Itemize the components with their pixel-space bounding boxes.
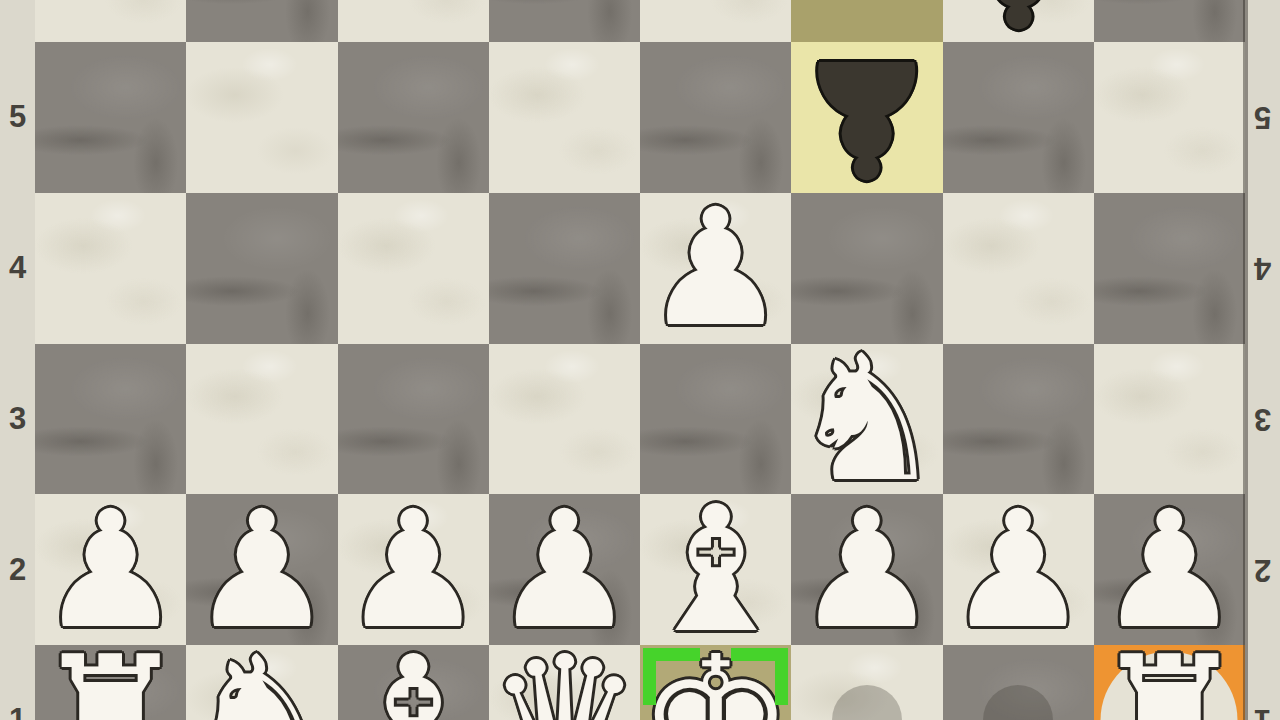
square-g2[interactable]: ♟	[943, 494, 1094, 645]
square-d3[interactable]	[489, 344, 640, 495]
white-pawn-f2[interactable]: ♟	[791, 494, 942, 645]
white-bishop-c1[interactable]: ♝	[338, 645, 489, 720]
square-e6[interactable]	[640, 0, 791, 42]
square-g6[interactable]: ♟	[943, 0, 1094, 42]
white-rook-a1[interactable]: ♜	[35, 645, 186, 720]
board: ♟♟♟♞♟♟♟♟♝♟♟♟♜♞♝♛♚♜	[35, 0, 1245, 720]
square-c3[interactable]	[338, 344, 489, 495]
square-e1[interactable]: ♚	[640, 645, 791, 720]
square-c5[interactable]	[338, 42, 489, 193]
square-b6[interactable]	[186, 0, 337, 42]
legal-move-dot-icon[interactable]	[983, 685, 1053, 720]
selection-corner-icon	[643, 648, 700, 705]
square-e5[interactable]	[640, 42, 791, 193]
selection-corner-icon	[731, 648, 788, 705]
square-c6[interactable]	[338, 0, 489, 42]
square-g4[interactable]	[943, 193, 1094, 344]
rank-label-right-3: 3	[1245, 402, 1280, 436]
chess-board-viewport: ♟♟♟♞♟♟♟♟♝♟♟♟♜♞♝♛♚♜ 54321 54321	[0, 0, 1280, 720]
square-h3[interactable]	[1094, 344, 1245, 495]
square-a3[interactable]	[35, 344, 186, 495]
square-b1[interactable]: ♞	[186, 645, 337, 720]
rank-label-left-4: 4	[0, 251, 35, 285]
square-c1[interactable]: ♝	[338, 645, 489, 720]
square-f3[interactable]: ♞	[791, 344, 942, 495]
rank-label-right-1: 1	[1245, 703, 1280, 720]
square-a5[interactable]	[35, 42, 186, 193]
legal-move-dot-icon[interactable]	[832, 685, 902, 720]
square-g5[interactable]	[943, 42, 1094, 193]
rank-label-left-3: 3	[0, 402, 35, 436]
square-b4[interactable]	[186, 193, 337, 344]
square-g3[interactable]	[943, 344, 1094, 495]
square-e4[interactable]: ♟	[640, 193, 791, 344]
square-a1[interactable]: ♜	[35, 645, 186, 720]
square-d6[interactable]	[489, 0, 640, 42]
square-d1[interactable]: ♛	[489, 645, 640, 720]
rank-label-right-5: 5	[1245, 100, 1280, 134]
white-knight-b1[interactable]: ♞	[186, 645, 337, 720]
square-f5[interactable]: ♟	[791, 42, 942, 193]
white-pawn-e4[interactable]: ♟	[640, 193, 791, 344]
square-d5[interactable]	[489, 42, 640, 193]
square-h1[interactable]: ♜	[1094, 645, 1245, 720]
square-h4[interactable]	[1094, 193, 1245, 344]
white-knight-f3[interactable]: ♞	[791, 344, 942, 495]
square-h5[interactable]	[1094, 42, 1245, 193]
square-b3[interactable]	[186, 344, 337, 495]
square-h6[interactable]	[1094, 0, 1245, 42]
black-pawn-f5[interactable]: ♟	[791, 42, 942, 193]
rank-label-left-2: 2	[0, 553, 35, 587]
square-a4[interactable]	[35, 193, 186, 344]
rank-label-left-5: 5	[0, 100, 35, 134]
rank-label-left-1: 1	[0, 703, 35, 720]
white-rook-h1[interactable]: ♜	[1094, 645, 1245, 720]
white-queen-d1[interactable]: ♛	[489, 645, 640, 720]
rank-label-right-2: 2	[1245, 553, 1280, 587]
black-pawn-g6[interactable]: ♟	[943, 0, 1094, 42]
square-c4[interactable]	[338, 193, 489, 344]
square-f2[interactable]: ♟	[791, 494, 942, 645]
rank-label-right-4: 4	[1245, 251, 1280, 285]
square-d4[interactable]	[489, 193, 640, 344]
white-pawn-g2[interactable]: ♟	[943, 494, 1094, 645]
square-a6[interactable]	[35, 0, 186, 42]
square-b5[interactable]	[186, 42, 337, 193]
